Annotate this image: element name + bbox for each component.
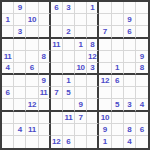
cell-r0c1-given-9[interactable]: 9: [14, 2, 26, 14]
cell-r8c3-empty[interactable]: [39, 99, 51, 111]
cell-r6c10-empty[interactable]: [124, 75, 136, 87]
cell-r3c1-empty[interactable]: [14, 39, 26, 51]
cell-r2c11-empty[interactable]: [136, 26, 148, 38]
cell-r3c11-empty[interactable]: [136, 39, 148, 51]
cell-r10c2-given-11[interactable]: 11: [26, 124, 38, 136]
cell-r6c4-empty[interactable]: [51, 75, 63, 87]
cell-r9c3-empty[interactable]: [39, 112, 51, 124]
cell-r9c1-empty[interactable]: [14, 112, 26, 124]
cell-r1c9-empty[interactable]: [112, 14, 124, 26]
cell-r9c9-empty[interactable]: [112, 112, 124, 124]
cell-r9c8-given-10[interactable]: 10: [99, 112, 111, 124]
cell-r9c4-empty[interactable]: [51, 112, 63, 124]
cell-r6c1-empty[interactable]: [14, 75, 26, 87]
cell-r8c5-empty[interactable]: [63, 99, 75, 111]
cell-r11c6-empty[interactable]: [75, 136, 87, 148]
cell-r10c9-empty[interactable]: [112, 124, 124, 136]
cell-r5c3-empty[interactable]: [39, 63, 51, 75]
cell-r0c4-given-6[interactable]: 6: [51, 2, 63, 14]
cell-r5c5-empty[interactable]: [63, 63, 75, 75]
cell-r2c3-empty[interactable]: [39, 26, 51, 38]
cell-r11c3-empty[interactable]: [39, 136, 51, 148]
cell-r5c0-given-4[interactable]: 4: [2, 63, 14, 75]
cell-r6c6-empty[interactable]: [75, 75, 87, 87]
cell-r2c0-empty[interactable]: [2, 26, 14, 38]
cell-r10c1-given-4[interactable]: 4: [14, 124, 26, 136]
cell-r10c8-given-9[interactable]: 9: [99, 124, 111, 136]
cell-r3c10-empty[interactable]: [124, 39, 136, 51]
cell-r9c10-empty[interactable]: [124, 112, 136, 124]
cell-r1c8-empty[interactable]: [99, 14, 111, 26]
cell-r3c8-empty[interactable]: [99, 39, 111, 51]
cell-r4c8-empty[interactable]: [99, 51, 111, 63]
cell-r11c0-empty[interactable]: [2, 136, 14, 148]
cell-r1c5-empty[interactable]: [63, 14, 75, 26]
cell-r0c8-empty[interactable]: [99, 2, 111, 14]
cell-r11c2-empty[interactable]: [26, 136, 38, 148]
cell-r11c11-empty[interactable]: [136, 136, 148, 148]
cell-r1c11-empty[interactable]: [136, 14, 148, 26]
cell-r7c1-empty[interactable]: [14, 87, 26, 99]
cell-r10c7-empty[interactable]: [87, 124, 99, 136]
cell-r8c6-given-9[interactable]: 9: [75, 99, 87, 111]
cell-r7c5-given-5[interactable]: 5: [63, 87, 75, 99]
cell-r10c11-given-6[interactable]: 6: [136, 124, 148, 136]
cell-r6c0-empty[interactable]: [2, 75, 14, 87]
cell-r10c10-given-8[interactable]: 8: [124, 124, 136, 136]
cell-r5c2-given-6[interactable]: 6: [26, 63, 38, 75]
cell-r0c10-empty[interactable]: [124, 2, 136, 14]
cell-r7c6-empty[interactable]: [75, 87, 87, 99]
cell-r2c9-empty[interactable]: [112, 26, 124, 38]
cell-r1c7-empty[interactable]: [87, 14, 99, 26]
cell-r10c3-empty[interactable]: [39, 124, 51, 136]
cell-r8c9-given-5[interactable]: 5: [112, 99, 124, 111]
cell-r10c6-empty[interactable]: [75, 124, 87, 136]
cell-r0c5-given-3[interactable]: 3: [63, 2, 75, 14]
cell-r4c6-empty[interactable]: [75, 51, 87, 63]
cell-r7c4-given-7[interactable]: 7: [51, 87, 63, 99]
cell-r4c1-empty[interactable]: [14, 51, 26, 63]
cell-r1c0-given-1[interactable]: 1: [2, 14, 14, 26]
cell-r3c6-given-1[interactable]: 1: [75, 39, 87, 51]
cell-r7c2-empty[interactable]: [26, 87, 38, 99]
cell-r4c2-empty[interactable]: [26, 51, 38, 63]
cell-r0c6-empty[interactable]: [75, 2, 87, 14]
cell-r7c10-empty[interactable]: [124, 87, 136, 99]
cell-r5c7-given-3[interactable]: 3: [87, 63, 99, 75]
cell-r11c7-empty[interactable]: [87, 136, 99, 148]
cell-r1c10-given-9[interactable]: 9: [124, 14, 136, 26]
cell-r9c11-empty[interactable]: [136, 112, 148, 124]
cell-r9c7-empty[interactable]: [87, 112, 99, 124]
cell-r9c5-given-11[interactable]: 11: [63, 112, 75, 124]
cell-r5c1-empty[interactable]: [14, 63, 26, 75]
cell-r9c2-empty[interactable]: [26, 112, 38, 124]
cell-r8c8-empty[interactable]: [99, 99, 111, 111]
sudoku-board: 9631110932761118118129461031891126611751…: [0, 0, 150, 150]
cell-r5c10-empty[interactable]: [124, 63, 136, 75]
cell-r1c6-empty[interactable]: [75, 14, 87, 26]
cell-r7c8-empty[interactable]: [99, 87, 111, 99]
cell-r4c10-empty[interactable]: [124, 51, 136, 63]
cell-r2c5-given-2[interactable]: 2: [63, 26, 75, 38]
cell-r3c4-given-11[interactable]: 11: [51, 39, 63, 51]
cell-r0c2-empty[interactable]: [26, 2, 38, 14]
cell-r4c7-given-12[interactable]: 12: [87, 51, 99, 63]
cell-r3c5-empty[interactable]: [63, 39, 75, 51]
cell-r7c7-empty[interactable]: [87, 87, 99, 99]
cell-r10c4-empty[interactable]: [51, 124, 63, 136]
cell-r2c6-empty[interactable]: [75, 26, 87, 38]
cell-r2c8-given-7[interactable]: 7: [99, 26, 111, 38]
cell-r7c0-given-6[interactable]: 6: [2, 87, 14, 99]
cell-r0c0-empty[interactable]: [2, 2, 14, 14]
cell-r10c5-empty[interactable]: [63, 124, 75, 136]
cell-r4c9-empty[interactable]: [112, 51, 124, 63]
cell-r5c6-given-10[interactable]: 10: [75, 63, 87, 75]
cell-r4c5-empty[interactable]: [63, 51, 75, 63]
cell-r6c9-given-6[interactable]: 6: [112, 75, 124, 87]
cell-r11c8-given-1[interactable]: 1: [99, 136, 111, 148]
cell-r6c8-given-12[interactable]: 12: [99, 75, 111, 87]
cell-r4c3-given-8[interactable]: 8: [39, 51, 51, 63]
cell-r4c0-given-11[interactable]: 11: [2, 51, 14, 63]
cell-r2c2-empty[interactable]: [26, 26, 38, 38]
cell-r1c2-given-10[interactable]: 10: [26, 14, 38, 26]
cell-r6c7-empty[interactable]: [87, 75, 99, 87]
cell-r8c4-empty[interactable]: [51, 99, 63, 111]
cell-r2c4-empty[interactable]: [51, 26, 63, 38]
cell-r6c3-given-9[interactable]: 9: [39, 75, 51, 87]
cell-r6c5-given-1[interactable]: 1: [63, 75, 75, 87]
cell-r2c10-given-6[interactable]: 6: [124, 26, 136, 38]
cell-r5c9-given-1[interactable]: 1: [112, 63, 124, 75]
cell-r4c11-given-9[interactable]: 9: [136, 51, 148, 63]
cell-r5c8-empty[interactable]: [99, 63, 111, 75]
cell-r4c4-empty[interactable]: [51, 51, 63, 63]
cell-r8c10-given-3[interactable]: 3: [124, 99, 136, 111]
cell-r11c5-given-6[interactable]: 6: [63, 136, 75, 148]
cell-r11c9-empty[interactable]: [112, 136, 124, 148]
cell-r11c10-given-4[interactable]: 4: [124, 136, 136, 148]
cell-r11c1-empty[interactable]: [14, 136, 26, 148]
cell-r9c6-given-7[interactable]: 7: [75, 112, 87, 124]
cell-r0c7-given-1[interactable]: 1: [87, 2, 99, 14]
cell-r10c0-empty[interactable]: [2, 124, 14, 136]
cell-r3c2-empty[interactable]: [26, 39, 38, 51]
cell-r0c9-empty[interactable]: [112, 2, 124, 14]
cell-r8c7-empty[interactable]: [87, 99, 99, 111]
cell-r5c4-empty[interactable]: [51, 63, 63, 75]
cell-r2c7-empty[interactable]: [87, 26, 99, 38]
cell-r11c4-given-12[interactable]: 12: [51, 136, 63, 148]
cell-r7c9-empty[interactable]: [112, 87, 124, 99]
cell-r0c3-empty[interactable]: [39, 2, 51, 14]
cell-r2c1-given-3[interactable]: 3: [14, 26, 26, 38]
cell-r5c11-given-8[interactable]: 8: [136, 63, 148, 75]
cell-r1c3-empty[interactable]: [39, 14, 51, 26]
cell-r6c11-empty[interactable]: [136, 75, 148, 87]
cell-r0c11-empty[interactable]: [136, 2, 148, 14]
cell-r3c9-empty[interactable]: [112, 39, 124, 51]
cell-r8c2-given-12[interactable]: 12: [26, 99, 38, 111]
cell-r8c0-empty[interactable]: [2, 99, 14, 111]
cell-r6c2-empty[interactable]: [26, 75, 38, 87]
cell-r8c1-empty[interactable]: [14, 99, 26, 111]
cell-r1c1-empty[interactable]: [14, 14, 26, 26]
cell-r7c11-empty[interactable]: [136, 87, 148, 99]
cell-r3c7-given-8[interactable]: 8: [87, 39, 99, 51]
cell-r3c0-empty[interactable]: [2, 39, 14, 51]
cell-r9c0-empty[interactable]: [2, 112, 14, 124]
cell-r1c4-empty[interactable]: [51, 14, 63, 26]
cell-r8c11-given-4[interactable]: 4: [136, 99, 148, 111]
cell-r7c3-given-11[interactable]: 11: [39, 87, 51, 99]
cell-r3c3-empty[interactable]: [39, 39, 51, 51]
